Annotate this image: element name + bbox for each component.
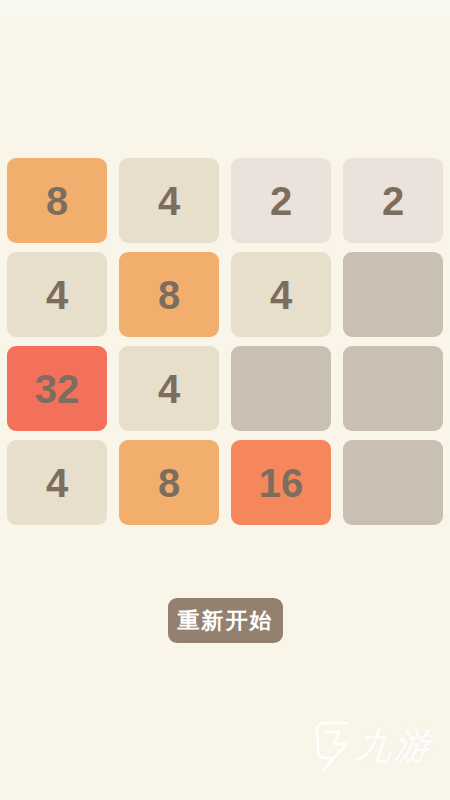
empty-cell-r4c4 [343,440,443,525]
board-grid[interactable]: 84224843244816 [7,158,443,525]
empty-cell-r2c4 [343,252,443,337]
jiuyou-logo-icon [307,720,354,772]
watermark-text: 九游 [353,722,434,771]
watermark: 九游 [307,718,435,774]
tile-4-r2c1: 4 [7,252,107,337]
tile-4-r1c2: 4 [119,158,219,243]
empty-cell-r3c4 [343,346,443,431]
tile-8-r1c1: 8 [7,158,107,243]
tile-8-r2c2: 8 [119,252,219,337]
tile-2-r1c4: 2 [343,158,443,243]
restart-button[interactable]: 重新开始 [168,598,283,643]
empty-cell-r3c3 [231,346,331,431]
tile-16-r4c3: 16 [231,440,331,525]
tile-32-r3c1: 32 [7,346,107,431]
tile-8-r4c2: 8 [119,440,219,525]
tile-4-r2c3: 4 [231,252,331,337]
tile-4-r4c1: 4 [7,440,107,525]
tile-4-r3c2: 4 [119,346,219,431]
game-screen: { "game": "2048", "position": "8,4,2,2/4… [0,0,450,800]
tile-2-r1c3: 2 [231,158,331,243]
